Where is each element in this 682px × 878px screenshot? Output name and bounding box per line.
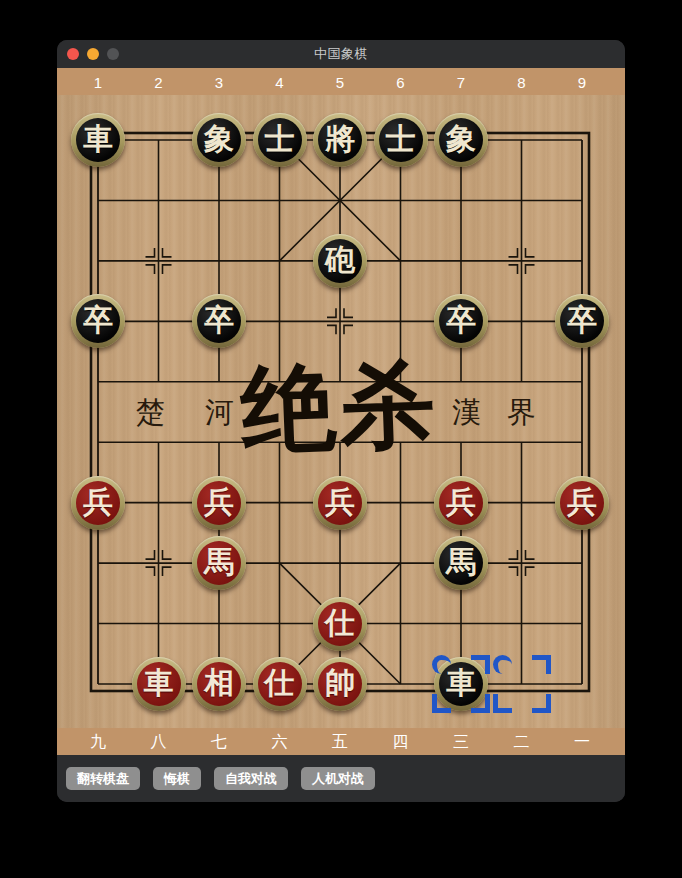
piece-glyph: 車 [137, 662, 181, 706]
piece-black-horse[interactable]: 馬 [434, 536, 488, 590]
file-numbers-top: 123456789 [57, 68, 625, 95]
piece-glyph: 卒 [197, 299, 241, 343]
piece-red-advisor[interactable]: 仕 [253, 657, 307, 711]
point-marker [344, 325, 353, 334]
river-label-han-jie: 漢界 [452, 398, 562, 427]
minimize-button[interactable] [87, 48, 99, 60]
piece-glyph: 卒 [439, 299, 483, 343]
piece-glyph: 士 [258, 118, 302, 162]
file-label-top-7: 7 [457, 74, 465, 89]
point-marker [526, 248, 535, 257]
piece-glyph: 馬 [439, 541, 483, 585]
file-label-top-2: 2 [154, 74, 162, 89]
file-label-top-4: 4 [275, 74, 283, 89]
file-label-bottom-3: 七 [211, 734, 227, 750]
file-label-bottom-7: 三 [453, 734, 469, 750]
window-title: 中国象棋 [314, 45, 368, 63]
file-numbers-bottom: 九八七六五四三二一 [57, 728, 625, 755]
traffic-lights [67, 48, 119, 60]
point-marker [509, 265, 518, 274]
piece-red-soldier[interactable]: 兵 [313, 476, 367, 530]
piece-glyph: 相 [197, 662, 241, 706]
file-label-bottom-5: 五 [332, 734, 348, 750]
piece-glyph: 兵 [197, 481, 241, 525]
point-marker [146, 265, 155, 274]
piece-glyph: 象 [439, 118, 483, 162]
file-label-top-9: 9 [578, 74, 586, 89]
piece-glyph: 卒 [76, 299, 120, 343]
piece-black-chariot[interactable]: 車 [434, 657, 488, 711]
piece-red-general[interactable]: 帥 [313, 657, 367, 711]
file-label-top-1: 1 [94, 74, 102, 89]
piece-black-elephant[interactable]: 象 [192, 113, 246, 167]
file-label-top-6: 6 [396, 74, 404, 89]
piece-glyph: 士 [379, 118, 423, 162]
piece-black-elephant[interactable]: 象 [434, 113, 488, 167]
point-marker [163, 248, 172, 257]
piece-glyph: 將 [318, 118, 362, 162]
piece-black-general[interactable]: 將 [313, 113, 367, 167]
piece-black-advisor[interactable]: 士 [374, 113, 428, 167]
piece-black-cannon[interactable]: 砲 [313, 234, 367, 288]
file-label-top-8: 8 [517, 74, 525, 89]
piece-black-advisor[interactable]: 士 [253, 113, 307, 167]
piece-glyph: 車 [439, 662, 483, 706]
piece-glyph: 兵 [560, 481, 604, 525]
piece-red-soldier[interactable]: 兵 [555, 476, 609, 530]
piece-red-soldier[interactable]: 兵 [192, 476, 246, 530]
point-marker [509, 550, 518, 559]
point-marker [163, 550, 172, 559]
undo-move-button[interactable]: 悔棋 [153, 767, 201, 791]
piece-glyph: 砲 [318, 239, 362, 283]
piece-glyph: 象 [197, 118, 241, 162]
piece-black-chariot[interactable]: 車 [71, 113, 125, 167]
file-label-bottom-4: 六 [272, 734, 288, 750]
piece-black-soldier[interactable]: 卒 [434, 294, 488, 348]
file-label-bottom-2: 八 [151, 734, 167, 750]
human-vs-ai-button[interactable]: 人机对战 [301, 767, 375, 791]
point-marker [146, 550, 155, 559]
point-marker [526, 550, 535, 559]
piece-black-soldier[interactable]: 卒 [71, 294, 125, 348]
piece-glyph: 卒 [560, 299, 604, 343]
piece-red-chariot[interactable]: 車 [132, 657, 186, 711]
piece-glyph: 馬 [197, 541, 241, 585]
desktop-background: { "window": { "title": "中国象棋" }, "game":… [0, 0, 682, 878]
file-label-bottom-8: 二 [514, 734, 530, 750]
file-label-top-5: 5 [336, 74, 344, 89]
flip-board-button[interactable]: 翻转棋盘 [66, 767, 140, 791]
piece-glyph: 兵 [318, 481, 362, 525]
file-label-bottom-1: 九 [90, 734, 106, 750]
file-label-top-3: 3 [215, 74, 223, 89]
point-marker [344, 308, 353, 317]
point-marker [526, 567, 535, 576]
point-marker [163, 567, 172, 576]
point-marker [163, 265, 172, 274]
piece-black-soldier[interactable]: 卒 [192, 294, 246, 348]
point-marker [327, 325, 336, 334]
piece-glyph: 車 [76, 118, 120, 162]
checkmate-calligraphy: 绝杀 [239, 357, 440, 459]
piece-glyph: 兵 [76, 481, 120, 525]
piece-glyph: 仕 [258, 662, 302, 706]
point-marker [146, 248, 155, 257]
window-titlebar[interactable]: 中国象棋 [57, 40, 625, 68]
piece-glyph: 兵 [439, 481, 483, 525]
file-label-bottom-9: 一 [574, 734, 590, 750]
control-bar: 翻转棋盘悔棋自我对战人机对战 [57, 755, 625, 802]
piece-red-soldier[interactable]: 兵 [434, 476, 488, 530]
piece-red-advisor[interactable]: 仕 [313, 597, 367, 651]
point-marker [327, 308, 336, 317]
point-marker [509, 567, 518, 576]
piece-black-soldier[interactable]: 卒 [555, 294, 609, 348]
self-play-button[interactable]: 自我对战 [214, 767, 288, 791]
piece-red-elephant[interactable]: 相 [192, 657, 246, 711]
piece-glyph: 仕 [318, 602, 362, 646]
close-button[interactable] [67, 48, 79, 60]
xiangqi-board[interactable]: 楚河 漢界 绝杀 車象士將士象砲卒卒卒卒兵兵兵兵兵馬馬仕車相仕帥車 [57, 95, 625, 728]
point-marker [526, 265, 535, 274]
point-marker [509, 248, 518, 257]
zoom-button-disabled [107, 48, 119, 60]
file-label-bottom-6: 四 [393, 734, 409, 750]
app-window: 中国象棋 123456789 楚河 漢界 绝杀 車象士將士象砲卒卒卒卒兵兵兵兵兵… [57, 40, 625, 802]
piece-glyph: 帥 [318, 662, 362, 706]
piece-red-soldier[interactable]: 兵 [71, 476, 125, 530]
piece-red-horse[interactable]: 馬 [192, 536, 246, 590]
point-marker [146, 567, 155, 576]
